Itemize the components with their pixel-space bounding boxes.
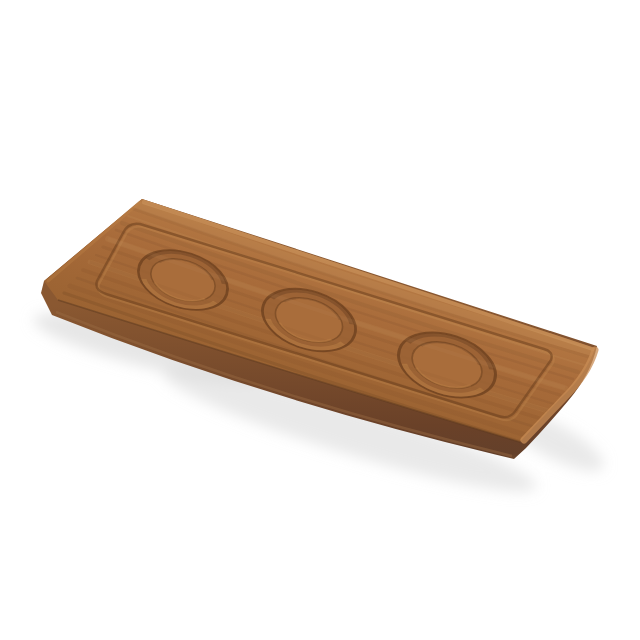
tray-illustration — [0, 0, 640, 640]
product-photo: Rectangular acacia-wood serving flight t… — [0, 0, 640, 640]
